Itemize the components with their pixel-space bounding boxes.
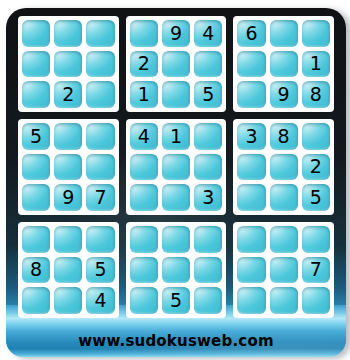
cell-r6c5[interactable] [162, 184, 190, 211]
cell-r5c8[interactable] [270, 154, 298, 181]
box-8: 5 [126, 222, 227, 318]
cell-r8c7[interactable] [237, 257, 265, 284]
cell-r6c7[interactable] [237, 184, 265, 211]
box-7: 854 [18, 222, 119, 318]
cell-r3c2[interactable]: 2 [54, 81, 82, 108]
cell-r8c3[interactable]: 5 [86, 257, 114, 284]
board-frame: www.sudokusweb.com 294215619859741338258… [6, 8, 346, 357]
cell-r5c4[interactable] [130, 154, 158, 181]
cell-r5c9[interactable]: 2 [302, 154, 330, 181]
cell-r1c8[interactable] [270, 20, 298, 47]
cell-r2c6[interactable] [194, 51, 222, 78]
cell-r3c8[interactable]: 9 [270, 81, 298, 108]
cell-r2c7[interactable] [237, 51, 265, 78]
cell-r9c8[interactable] [270, 287, 298, 314]
box-2: 94215 [126, 16, 227, 112]
cell-r7c2[interactable] [54, 226, 82, 253]
cell-r8c2[interactable] [54, 257, 82, 284]
cell-r9c6[interactable] [194, 287, 222, 314]
box-1: 2 [18, 16, 119, 112]
cell-r3c6[interactable]: 5 [194, 81, 222, 108]
cell-r9c4[interactable] [130, 287, 158, 314]
cell-r7c3[interactable] [86, 226, 114, 253]
sudoku-widget: www.sudokusweb.com 294215619859741338258… [0, 0, 350, 360]
cell-r8c5[interactable] [162, 257, 190, 284]
cell-r2c1[interactable] [22, 51, 50, 78]
cell-r3c7[interactable] [237, 81, 265, 108]
cell-r7c7[interactable] [237, 226, 265, 253]
cell-r3c4[interactable]: 1 [130, 81, 158, 108]
cell-r2c9[interactable]: 1 [302, 51, 330, 78]
cell-r1c6[interactable]: 4 [194, 20, 222, 47]
cell-r4c7[interactable]: 3 [237, 123, 265, 150]
cell-r6c4[interactable] [130, 184, 158, 211]
cell-r1c7[interactable]: 6 [237, 20, 265, 47]
cell-r9c3[interactable]: 4 [86, 287, 114, 314]
cell-r7c9[interactable] [302, 226, 330, 253]
cell-r5c6[interactable] [194, 154, 222, 181]
cell-r9c7[interactable] [237, 287, 265, 314]
cell-r4c5[interactable]: 1 [162, 123, 190, 150]
cell-r4c4[interactable]: 4 [130, 123, 158, 150]
cell-r5c2[interactable] [54, 154, 82, 181]
cell-r5c5[interactable] [162, 154, 190, 181]
cell-r7c8[interactable] [270, 226, 298, 253]
cell-r8c4[interactable] [130, 257, 158, 284]
box-9: 7 [233, 222, 334, 318]
cell-r7c5[interactable] [162, 226, 190, 253]
cell-r2c4[interactable]: 2 [130, 51, 158, 78]
box-6: 3825 [233, 119, 334, 215]
cell-r9c1[interactable] [22, 287, 50, 314]
cell-r2c3[interactable] [86, 51, 114, 78]
cell-r3c5[interactable] [162, 81, 190, 108]
cell-r9c5[interactable]: 5 [162, 287, 190, 314]
sudoku-board: 2942156198597413382585457 [18, 16, 334, 318]
cell-r1c3[interactable] [86, 20, 114, 47]
cell-r4c8[interactable]: 8 [270, 123, 298, 150]
cell-r8c8[interactable] [270, 257, 298, 284]
cell-r5c3[interactable] [86, 154, 114, 181]
cell-r3c3[interactable] [86, 81, 114, 108]
cell-r2c2[interactable] [54, 51, 82, 78]
cell-r9c2[interactable] [54, 287, 82, 314]
cell-r6c8[interactable] [270, 184, 298, 211]
cell-r6c1[interactable] [22, 184, 50, 211]
cell-r5c7[interactable] [237, 154, 265, 181]
cell-r2c8[interactable] [270, 51, 298, 78]
cell-r7c1[interactable] [22, 226, 50, 253]
cell-r4c9[interactable] [302, 123, 330, 150]
cell-r5c1[interactable] [22, 154, 50, 181]
cell-r6c3[interactable]: 7 [86, 184, 114, 211]
cell-r8c6[interactable] [194, 257, 222, 284]
cell-r7c6[interactable] [194, 226, 222, 253]
cell-r9c9[interactable] [302, 287, 330, 314]
website-url[interactable]: www.sudokusweb.com [78, 333, 273, 350]
cell-r3c1[interactable] [22, 81, 50, 108]
box-5: 413 [126, 119, 227, 215]
cell-r3c9[interactable]: 8 [302, 81, 330, 108]
cell-r4c1[interactable]: 5 [22, 123, 50, 150]
cell-r6c2[interactable]: 9 [54, 184, 82, 211]
cell-r1c4[interactable] [130, 20, 158, 47]
box-3: 6198 [233, 16, 334, 112]
cell-r6c6[interactable]: 3 [194, 184, 222, 211]
cell-r4c6[interactable] [194, 123, 222, 150]
cell-r1c5[interactable]: 9 [162, 20, 190, 47]
cell-r8c1[interactable]: 8 [22, 257, 50, 284]
cell-r4c3[interactable] [86, 123, 114, 150]
cell-r2c5[interactable] [162, 51, 190, 78]
cell-r7c4[interactable] [130, 226, 158, 253]
cell-r1c9[interactable] [302, 20, 330, 47]
box-4: 597 [18, 119, 119, 215]
cell-r8c9[interactable]: 7 [302, 257, 330, 284]
cell-r1c1[interactable] [22, 20, 50, 47]
cell-r1c2[interactable] [54, 20, 82, 47]
cell-r4c2[interactable] [54, 123, 82, 150]
cell-r6c9[interactable]: 5 [302, 184, 330, 211]
